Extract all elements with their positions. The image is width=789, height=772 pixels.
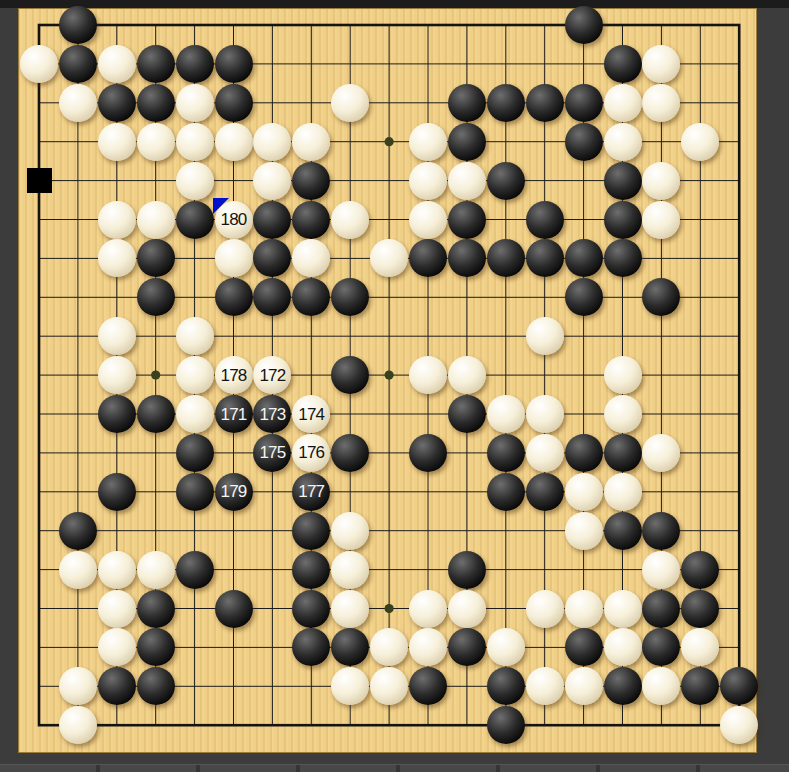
white-stone[interactable] [526, 317, 564, 355]
white-stone[interactable]: 178 [215, 356, 253, 394]
white-stone[interactable] [331, 551, 369, 589]
black-stone[interactable] [448, 551, 486, 589]
white-stone[interactable] [253, 162, 291, 200]
white-stone[interactable] [409, 162, 447, 200]
black-stone[interactable] [487, 706, 525, 744]
white-stone[interactable] [604, 590, 642, 628]
white-stone[interactable] [176, 317, 214, 355]
black-stone[interactable] [487, 162, 525, 200]
white-stone[interactable] [331, 590, 369, 628]
black-stone[interactable] [565, 278, 603, 316]
black-stone[interactable] [59, 512, 97, 550]
black-stone[interactable] [604, 45, 642, 83]
black-stone[interactable] [487, 239, 525, 277]
white-stone[interactable] [98, 356, 136, 394]
black-stone[interactable] [59, 45, 97, 83]
move-number-label: 174 [298, 406, 324, 423]
white-stone[interactable] [292, 123, 330, 161]
white-stone[interactable]: 180 [215, 201, 253, 239]
white-stone[interactable] [409, 356, 447, 394]
black-stone[interactable] [526, 239, 564, 277]
white-stone[interactable] [98, 317, 136, 355]
black-stone[interactable]: 177 [292, 473, 330, 511]
white-stone[interactable] [642, 201, 680, 239]
black-stone[interactable] [565, 6, 603, 44]
white-stone[interactable] [176, 162, 214, 200]
white-stone[interactable] [331, 512, 369, 550]
black-stone[interactable] [681, 551, 719, 589]
white-stone[interactable] [565, 512, 603, 550]
black-stone[interactable] [292, 590, 330, 628]
black-stone[interactable] [137, 590, 175, 628]
black-stone[interactable] [642, 590, 680, 628]
black-stone[interactable] [59, 6, 97, 44]
white-stone[interactable] [137, 551, 175, 589]
black-stone[interactable] [137, 628, 175, 666]
black-stone[interactable]: 171 [215, 395, 253, 433]
white-stone[interactable] [98, 628, 136, 666]
black-stone[interactable] [487, 473, 525, 511]
white-stone[interactable] [604, 123, 642, 161]
white-stone[interactable] [409, 590, 447, 628]
black-stone[interactable] [565, 84, 603, 122]
black-stone[interactable] [215, 84, 253, 122]
white-stone[interactable] [59, 84, 97, 122]
black-stone[interactable] [176, 201, 214, 239]
white-stone[interactable] [98, 551, 136, 589]
white-stone[interactable] [137, 201, 175, 239]
white-stone[interactable] [565, 590, 603, 628]
white-stone[interactable] [526, 667, 564, 705]
move-number-label: 175 [259, 444, 285, 461]
white-stone[interactable] [565, 667, 603, 705]
black-stone[interactable] [292, 512, 330, 550]
white-stone[interactable] [409, 201, 447, 239]
black-stone[interactable] [98, 84, 136, 122]
white-stone[interactable] [20, 45, 58, 83]
white-stone[interactable] [253, 123, 291, 161]
black-stone[interactable] [215, 45, 253, 83]
white-stone[interactable] [176, 395, 214, 433]
white-stone[interactable] [604, 628, 642, 666]
black-stone[interactable] [215, 590, 253, 628]
black-stone[interactable] [98, 395, 136, 433]
black-stone[interactable] [176, 45, 214, 83]
bottom-panel-edge [0, 764, 789, 772]
white-stone[interactable] [448, 590, 486, 628]
white-stone[interactable] [681, 123, 719, 161]
black-stone[interactable] [526, 201, 564, 239]
white-stone[interactable] [137, 123, 175, 161]
white-stone[interactable] [215, 239, 253, 277]
black-stone[interactable] [176, 551, 214, 589]
white-stone[interactable] [59, 551, 97, 589]
black-stone[interactable] [565, 123, 603, 161]
white-stone[interactable] [642, 551, 680, 589]
black-stone[interactable] [526, 473, 564, 511]
black-stone[interactable] [526, 84, 564, 122]
black-stone[interactable] [604, 512, 642, 550]
white-stone[interactable] [448, 356, 486, 394]
black-stone[interactable] [98, 473, 136, 511]
black-stone[interactable] [98, 667, 136, 705]
white-stone[interactable] [59, 667, 97, 705]
white-stone[interactable] [98, 239, 136, 277]
black-stone[interactable] [292, 201, 330, 239]
white-stone[interactable] [331, 201, 369, 239]
black-stone[interactable] [137, 84, 175, 122]
white-stone[interactable] [526, 590, 564, 628]
black-stone[interactable] [604, 201, 642, 239]
move-number-label: 179 [221, 483, 247, 500]
black-stone[interactable] [565, 434, 603, 472]
black-stone[interactable] [448, 201, 486, 239]
black-stone[interactable] [137, 239, 175, 277]
black-stone[interactable] [681, 590, 719, 628]
black-stone[interactable] [137, 395, 175, 433]
black-stone[interactable]: 179 [215, 473, 253, 511]
black-stone[interactable] [604, 162, 642, 200]
move-number-label: 177 [298, 483, 324, 500]
black-stone[interactable] [292, 162, 330, 200]
go-board[interactable]: 180178172171173174175176179177 [18, 8, 757, 753]
move-number-label: 171 [221, 406, 247, 423]
black-stone[interactable] [448, 123, 486, 161]
white-stone[interactable] [487, 395, 525, 433]
white-stone[interactable] [176, 84, 214, 122]
black-stone[interactable] [137, 667, 175, 705]
app-window: 180178172171173174175176179177 [0, 0, 789, 772]
last-move-triangle-marker [213, 198, 229, 214]
black-stone[interactable] [253, 201, 291, 239]
move-number-label: 178 [221, 367, 247, 384]
black-stone[interactable] [409, 434, 447, 472]
black-square-marker [27, 168, 52, 193]
white-stone[interactable] [409, 123, 447, 161]
white-stone[interactable] [487, 628, 525, 666]
white-stone[interactable] [604, 473, 642, 511]
move-number-label: 176 [298, 444, 324, 461]
white-stone[interactable] [215, 123, 253, 161]
black-stone[interactable] [448, 84, 486, 122]
black-stone[interactable] [137, 278, 175, 316]
white-stone[interactable] [642, 84, 680, 122]
white-stone[interactable] [526, 434, 564, 472]
black-stone[interactable] [565, 628, 603, 666]
white-stone[interactable] [176, 356, 214, 394]
black-stone[interactable] [565, 239, 603, 277]
white-stone[interactable] [331, 84, 369, 122]
white-stone[interactable]: 176 [292, 434, 330, 472]
black-stone[interactable] [642, 512, 680, 550]
black-stone[interactable] [604, 667, 642, 705]
white-stone[interactable] [98, 45, 136, 83]
white-stone[interactable] [604, 84, 642, 122]
black-stone[interactable] [331, 434, 369, 472]
black-stone[interactable] [487, 667, 525, 705]
move-number-label: 180 [221, 211, 247, 228]
black-stone[interactable] [137, 45, 175, 83]
black-stone[interactable] [292, 551, 330, 589]
white-stone[interactable] [448, 162, 486, 200]
white-stone[interactable] [642, 162, 680, 200]
white-stone[interactable] [59, 706, 97, 744]
move-number-label: 172 [259, 367, 285, 384]
move-number-label: 173 [259, 406, 285, 423]
white-stone[interactable] [604, 395, 642, 433]
white-stone[interactable] [98, 201, 136, 239]
black-stone[interactable] [215, 278, 253, 316]
black-stone[interactable] [604, 434, 642, 472]
black-stone[interactable] [487, 84, 525, 122]
white-stone[interactable] [565, 473, 603, 511]
white-stone[interactable] [98, 123, 136, 161]
white-stone[interactable] [98, 590, 136, 628]
white-stone[interactable] [526, 395, 564, 433]
black-stone[interactable] [487, 434, 525, 472]
black-stone[interactable] [448, 395, 486, 433]
black-stone[interactable] [176, 473, 214, 511]
white-stone[interactable] [604, 356, 642, 394]
white-stone[interactable] [176, 123, 214, 161]
black-stone[interactable] [176, 434, 214, 472]
top-bar [0, 0, 789, 8]
black-stone[interactable] [604, 239, 642, 277]
